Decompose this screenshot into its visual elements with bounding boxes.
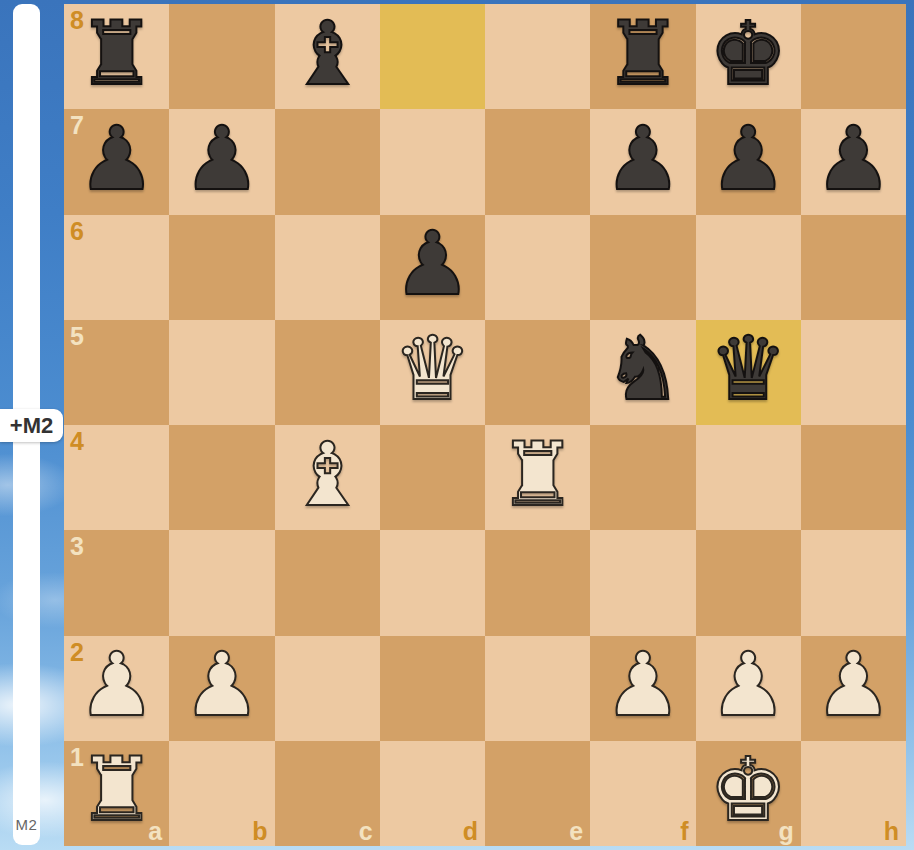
square-c3[interactable] [275, 530, 380, 635]
piece-white-pawn[interactable]: ♟ [603, 641, 682, 729]
piece-white-rook[interactable]: ♜ [77, 746, 156, 834]
square-e8[interactable] [485, 4, 590, 109]
square-c1[interactable]: c [275, 741, 380, 846]
piece-black-queen[interactable]: ♛ [709, 325, 788, 413]
square-h7[interactable]: ♟ [801, 109, 906, 214]
square-g7[interactable]: ♟ [696, 109, 801, 214]
square-d8[interactable] [380, 4, 485, 109]
square-d1[interactable]: d [380, 741, 485, 846]
eval-badge: +M2 [0, 409, 63, 442]
square-h8[interactable] [801, 4, 906, 109]
square-g5[interactable]: ♛ [696, 320, 801, 425]
eval-badge-label: +M2 [10, 413, 53, 439]
square-d4[interactable] [380, 425, 485, 530]
piece-black-rook[interactable]: ♜ [603, 10, 682, 98]
square-d3[interactable] [380, 530, 485, 635]
square-e6[interactable] [485, 215, 590, 320]
file-label-h: h [884, 819, 899, 844]
square-a3[interactable]: 3 [64, 530, 169, 635]
square-h6[interactable] [801, 215, 906, 320]
square-c7[interactable] [275, 109, 380, 214]
square-h4[interactable] [801, 425, 906, 530]
piece-black-king[interactable]: ♚ [709, 10, 788, 98]
square-a4[interactable]: 4 [64, 425, 169, 530]
piece-white-pawn[interactable]: ♟ [77, 641, 156, 729]
square-e5[interactable] [485, 320, 590, 425]
file-label-c: c [359, 819, 373, 844]
piece-black-pawn[interactable]: ♟ [77, 115, 156, 203]
square-e4[interactable]: ♜ [485, 425, 590, 530]
square-g4[interactable] [696, 425, 801, 530]
piece-black-pawn[interactable]: ♟ [182, 115, 261, 203]
square-a5[interactable]: 5 [64, 320, 169, 425]
square-g1[interactable]: g♚ [696, 741, 801, 846]
square-a1[interactable]: 1a♜ [64, 741, 169, 846]
square-a2[interactable]: 2♟ [64, 636, 169, 741]
square-f3[interactable] [590, 530, 695, 635]
file-label-f: f [680, 819, 688, 844]
square-g6[interactable] [696, 215, 801, 320]
square-e2[interactable] [485, 636, 590, 741]
square-c8[interactable]: ♝ [275, 4, 380, 109]
square-g2[interactable]: ♟ [696, 636, 801, 741]
square-c6[interactable] [275, 215, 380, 320]
piece-black-bishop[interactable]: ♝ [288, 10, 367, 98]
square-a7[interactable]: 7♟ [64, 109, 169, 214]
square-d5[interactable]: ♛ [380, 320, 485, 425]
file-label-d: d [463, 819, 478, 844]
rank-label-5: 5 [70, 324, 84, 349]
square-b1[interactable]: b [169, 741, 274, 846]
square-h3[interactable] [801, 530, 906, 635]
square-c2[interactable] [275, 636, 380, 741]
square-e7[interactable] [485, 109, 590, 214]
square-b3[interactable] [169, 530, 274, 635]
square-b7[interactable]: ♟ [169, 109, 274, 214]
piece-white-pawn[interactable]: ♟ [182, 641, 261, 729]
piece-black-pawn[interactable]: ♟ [603, 115, 682, 203]
piece-white-king[interactable]: ♚ [709, 746, 788, 834]
rank-label-3: 3 [70, 534, 84, 559]
square-b5[interactable] [169, 320, 274, 425]
piece-white-queen[interactable]: ♛ [393, 325, 472, 413]
chess-board: 8♜♝♜♚7♟♟♟♟♟6♟5♛♞♛4♝♜32♟♟♟♟♟1a♜bcdefg♚h [64, 4, 906, 846]
square-b4[interactable] [169, 425, 274, 530]
file-label-e: e [569, 819, 583, 844]
piece-white-pawn[interactable]: ♟ [814, 641, 893, 729]
rank-label-6: 6 [70, 219, 84, 244]
square-h2[interactable]: ♟ [801, 636, 906, 741]
square-f2[interactable]: ♟ [590, 636, 695, 741]
square-g8[interactable]: ♚ [696, 4, 801, 109]
square-f6[interactable] [590, 215, 695, 320]
rank-label-4: 4 [70, 429, 84, 454]
piece-black-pawn[interactable]: ♟ [709, 115, 788, 203]
square-f7[interactable]: ♟ [590, 109, 695, 214]
square-d2[interactable] [380, 636, 485, 741]
square-b8[interactable] [169, 4, 274, 109]
square-f4[interactable] [590, 425, 695, 530]
square-f8[interactable]: ♜ [590, 4, 695, 109]
square-b6[interactable] [169, 215, 274, 320]
square-d6[interactable]: ♟ [380, 215, 485, 320]
square-h1[interactable]: h [801, 741, 906, 846]
square-d7[interactable] [380, 109, 485, 214]
piece-white-rook[interactable]: ♜ [498, 431, 577, 519]
piece-white-bishop[interactable]: ♝ [288, 431, 367, 519]
square-a6[interactable]: 6 [64, 215, 169, 320]
piece-black-knight[interactable]: ♞ [603, 325, 682, 413]
piece-black-pawn[interactable]: ♟ [814, 115, 893, 203]
square-h5[interactable] [801, 320, 906, 425]
piece-black-rook[interactable]: ♜ [77, 10, 156, 98]
piece-black-pawn[interactable]: ♟ [393, 220, 472, 308]
square-g3[interactable] [696, 530, 801, 635]
square-f1[interactable]: f [590, 741, 695, 846]
square-e3[interactable] [485, 530, 590, 635]
piece-white-pawn[interactable]: ♟ [709, 641, 788, 729]
square-e1[interactable]: e [485, 741, 590, 846]
square-f5[interactable]: ♞ [590, 320, 695, 425]
square-b2[interactable]: ♟ [169, 636, 274, 741]
square-c4[interactable]: ♝ [275, 425, 380, 530]
square-c5[interactable] [275, 320, 380, 425]
square-a8[interactable]: 8♜ [64, 4, 169, 109]
eval-bar-mate-label: M2 [16, 816, 38, 845]
file-label-b: b [252, 819, 267, 844]
